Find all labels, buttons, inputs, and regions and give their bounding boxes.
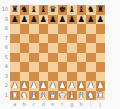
- file-labels: abcdefghij: [10, 100, 105, 109]
- square-b7[interactable]: [20, 34, 30, 44]
- square-c10[interactable]: ♝: [29, 5, 39, 15]
- square-a7[interactable]: [10, 34, 20, 44]
- square-f9[interactable]: ♟: [58, 15, 68, 25]
- square-e8[interactable]: [48, 24, 58, 34]
- file-label-e: e: [48, 100, 58, 109]
- square-j5[interactable]: [96, 53, 106, 63]
- square-j2[interactable]: ♟: [96, 81, 106, 91]
- square-j4[interactable]: [96, 62, 106, 72]
- white-bishop: ♝: [77, 91, 85, 101]
- black-pawn: ♟: [68, 15, 76, 25]
- square-h8[interactable]: [77, 24, 87, 34]
- square-i3[interactable]: [86, 72, 96, 82]
- rank-labels: 10987654321: [0, 5, 9, 100]
- white-pawn: ♟: [11, 81, 19, 91]
- square-f4[interactable]: [58, 62, 68, 72]
- square-d4[interactable]: [39, 62, 49, 72]
- black-bishop: ♝: [77, 5, 85, 15]
- file-label-d: d: [39, 100, 49, 109]
- square-j7[interactable]: [96, 34, 106, 44]
- square-a5[interactable]: [10, 53, 20, 63]
- square-g10[interactable]: ♝: [67, 5, 77, 15]
- square-h4[interactable]: [77, 62, 87, 72]
- square-f1[interactable]: ♚: [58, 91, 68, 101]
- square-a3[interactable]: [10, 72, 20, 82]
- square-j3[interactable]: [96, 72, 106, 82]
- white-knight: ♞: [20, 91, 28, 101]
- square-a1[interactable]: ♜: [10, 91, 20, 101]
- square-f6[interactable]: [58, 43, 68, 53]
- rank-label-5: 5: [0, 53, 9, 63]
- square-e6[interactable]: [48, 43, 58, 53]
- square-i8[interactable]: [86, 24, 96, 34]
- square-h1[interactable]: ♝: [77, 91, 87, 101]
- square-i4[interactable]: [86, 62, 96, 72]
- rank-label-3: 3: [0, 72, 9, 82]
- square-c3[interactable]: [29, 72, 39, 82]
- square-d7[interactable]: [39, 34, 49, 44]
- black-pawn: ♟: [30, 15, 38, 25]
- file-label-c: c: [29, 100, 39, 109]
- square-i6[interactable]: [86, 43, 96, 53]
- rank-label-10: 10: [0, 5, 9, 15]
- rank-label-1: 1: [0, 91, 9, 101]
- file-label-g: g: [67, 100, 77, 109]
- square-e7[interactable]: [48, 34, 58, 44]
- black-king: ♚: [58, 5, 66, 15]
- file-label-i: i: [86, 100, 96, 109]
- white-pawn: ♟: [20, 81, 28, 91]
- square-f5[interactable]: [58, 53, 68, 63]
- white-pawn: ♟: [96, 81, 104, 91]
- square-b9[interactable]: ♟: [20, 15, 30, 25]
- square-i9[interactable]: ♟: [86, 15, 96, 25]
- square-c5[interactable]: [29, 53, 39, 63]
- square-g1[interactable]: ♝: [67, 91, 77, 101]
- rank-label-2: 2: [0, 81, 9, 91]
- square-b10[interactable]: ♞: [20, 5, 30, 15]
- square-d2[interactable]: ♟: [39, 81, 49, 91]
- black-pawn: ♟: [11, 15, 19, 25]
- white-pawn: ♟: [30, 81, 38, 91]
- square-g7[interactable]: [67, 34, 77, 44]
- black-pawn: ♟: [39, 15, 47, 25]
- square-b2[interactable]: ♟: [20, 81, 30, 91]
- square-c2[interactable]: ♟: [29, 81, 39, 91]
- square-a10[interactable]: ♜: [10, 5, 20, 15]
- black-bishop: ♝: [39, 5, 47, 15]
- white-pawn: ♟: [49, 81, 57, 91]
- square-d6[interactable]: [39, 43, 49, 53]
- square-i1[interactable]: ♞: [86, 91, 96, 101]
- square-h7[interactable]: [77, 34, 87, 44]
- square-j6[interactable]: [96, 43, 106, 53]
- square-c4[interactable]: [29, 62, 39, 72]
- square-b8[interactable]: [20, 24, 30, 34]
- square-d5[interactable]: [39, 53, 49, 63]
- square-h6[interactable]: [77, 43, 87, 53]
- square-h5[interactable]: [77, 53, 87, 63]
- square-d1[interactable]: ♝: [39, 91, 49, 101]
- square-d8[interactable]: [39, 24, 49, 34]
- square-c1[interactable]: ♝: [29, 91, 39, 101]
- square-a4[interactable]: [10, 62, 20, 72]
- square-b4[interactable]: [20, 62, 30, 72]
- file-label-a: a: [10, 100, 20, 109]
- white-pawn: ♟: [39, 81, 47, 91]
- square-f3[interactable]: [58, 72, 68, 82]
- square-g6[interactable]: [67, 43, 77, 53]
- square-g5[interactable]: [67, 53, 77, 63]
- square-c6[interactable]: [29, 43, 39, 53]
- square-e2[interactable]: ♟: [48, 81, 58, 91]
- square-g9[interactable]: ♟: [67, 15, 77, 25]
- white-rook: ♜: [96, 91, 104, 101]
- square-f8[interactable]: [58, 24, 68, 34]
- square-i7[interactable]: [86, 34, 96, 44]
- white-bishop: ♝: [30, 91, 38, 101]
- square-d10[interactable]: ♝: [39, 5, 49, 15]
- square-e9[interactable]: ♟: [48, 15, 58, 25]
- rank-label-4: 4: [0, 62, 9, 72]
- square-g3[interactable]: [67, 72, 77, 82]
- file-label-f: f: [58, 100, 68, 109]
- square-c8[interactable]: [29, 24, 39, 34]
- black-queen: ♛: [49, 5, 57, 15]
- black-pawn: ♟: [96, 15, 104, 25]
- black-knight: ♞: [20, 5, 28, 15]
- square-j1[interactable]: ♜: [96, 91, 106, 101]
- square-c9[interactable]: ♟: [29, 15, 39, 25]
- square-b6[interactable]: [20, 43, 30, 53]
- white-bishop: ♝: [39, 91, 47, 101]
- square-h3[interactable]: [77, 72, 87, 82]
- square-d3[interactable]: [39, 72, 49, 82]
- black-pawn: ♟: [49, 15, 57, 25]
- white-knight: ♞: [87, 91, 95, 101]
- square-f10[interactable]: ♚: [58, 5, 68, 15]
- white-bishop: ♝: [68, 91, 76, 101]
- black-bishop: ♝: [30, 5, 38, 15]
- square-h9[interactable]: ♟: [77, 15, 87, 25]
- square-a6[interactable]: [10, 43, 20, 53]
- square-j8[interactable]: [96, 24, 106, 34]
- white-rook: ♜: [11, 91, 19, 101]
- file-label-b: b: [20, 100, 30, 109]
- square-a8[interactable]: [10, 24, 20, 34]
- square-f7[interactable]: [58, 34, 68, 44]
- black-knight: ♞: [87, 5, 95, 15]
- rank-label-7: 7: [0, 34, 9, 44]
- square-h10[interactable]: ♝: [77, 5, 87, 15]
- black-rook: ♜: [11, 5, 19, 15]
- file-label-j: j: [96, 100, 106, 109]
- square-b5[interactable]: [20, 53, 30, 63]
- square-b1[interactable]: ♞: [20, 91, 30, 101]
- white-pawn: ♟: [68, 81, 76, 91]
- rank-label-9: 9: [0, 15, 9, 25]
- black-pawn: ♟: [77, 15, 85, 25]
- square-e10[interactable]: ♛: [48, 5, 58, 15]
- white-king: ♚: [58, 91, 66, 101]
- square-c7[interactable]: [29, 34, 39, 44]
- white-pawn: ♟: [87, 81, 95, 91]
- square-j10[interactable]: ♜: [96, 5, 106, 15]
- square-e3[interactable]: [48, 72, 58, 82]
- black-pawn: ♟: [20, 15, 28, 25]
- square-a9[interactable]: ♟: [10, 15, 20, 25]
- board: ♜♞♝♝♛♚♝♝♞♜♟♟♟♟♟♟♟♟♟♟♟♟♟♟♟♟♟♟♟♟♜♞♝♝♛♚♝♝♞♜: [10, 5, 105, 100]
- square-e1[interactable]: ♛: [48, 91, 58, 101]
- square-i5[interactable]: [86, 53, 96, 63]
- chessboard-panel: 10987654321 ♜♞♝♝♛♚♝♝♞♜♟♟♟♟♟♟♟♟♟♟♟♟♟♟♟♟♟♟…: [0, 0, 120, 109]
- square-a2[interactable]: ♟: [10, 81, 20, 91]
- square-g2[interactable]: ♟: [67, 81, 77, 91]
- rank-label-6: 6: [0, 43, 9, 53]
- square-e5[interactable]: [48, 53, 58, 63]
- black-pawn: ♟: [87, 15, 95, 25]
- black-pawn: ♟: [58, 15, 66, 25]
- black-bishop: ♝: [68, 5, 76, 15]
- square-e4[interactable]: [48, 62, 58, 72]
- file-label-h: h: [77, 100, 87, 109]
- square-d9[interactable]: ♟: [39, 15, 49, 25]
- square-b3[interactable]: [20, 72, 30, 82]
- square-g8[interactable]: [67, 24, 77, 34]
- square-g4[interactable]: [67, 62, 77, 72]
- white-pawn: ♟: [58, 81, 66, 91]
- square-j9[interactable]: ♟: [96, 15, 106, 25]
- white-pawn: ♟: [77, 81, 85, 91]
- black-rook: ♜: [96, 5, 104, 15]
- square-i2[interactable]: ♟: [86, 81, 96, 91]
- rank-label-8: 8: [0, 24, 9, 34]
- square-f2[interactable]: ♟: [58, 81, 68, 91]
- square-h2[interactable]: ♟: [77, 81, 87, 91]
- square-i10[interactable]: ♞: [86, 5, 96, 15]
- white-queen: ♛: [49, 91, 57, 101]
